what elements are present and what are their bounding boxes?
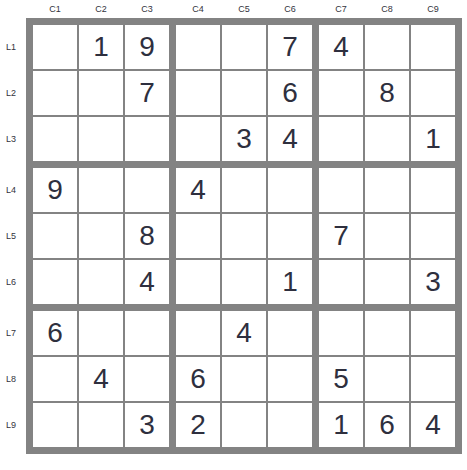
cell-L7C3[interactable] [125, 311, 169, 355]
cell-L5C8[interactable] [365, 214, 409, 258]
cell-L7C4[interactable] [176, 311, 220, 355]
cell-L7C7[interactable] [319, 311, 363, 355]
cell-L5C3[interactable]: 8 [125, 214, 169, 258]
cell-L7C6[interactable] [268, 311, 312, 355]
cell-L4C3[interactable] [125, 168, 169, 212]
cell-L4C4[interactable]: 4 [176, 168, 220, 212]
cell-L8C1[interactable] [33, 357, 77, 401]
row-label-1: L1 [6, 42, 16, 52]
cell-L4C1[interactable]: 9 [33, 168, 77, 212]
cell-L1C9[interactable] [411, 25, 455, 69]
box-2: 7634 [176, 25, 312, 161]
row-label-6: L6 [6, 277, 16, 287]
cell-L8C7[interactable]: 5 [319, 357, 363, 401]
cell-L8C2[interactable]: 4 [79, 357, 123, 401]
cell-L9C4[interactable]: 2 [176, 403, 220, 447]
cell-L3C9[interactable]: 1 [411, 117, 455, 161]
box-9: 5164 [319, 311, 455, 447]
row-label-5: L5 [6, 231, 16, 241]
cell-L6C9[interactable]: 3 [411, 260, 455, 304]
column-label-6: C6 [284, 4, 296, 14]
box-3: 481 [319, 25, 455, 161]
cell-L6C1[interactable] [33, 260, 77, 304]
cell-L9C8[interactable]: 6 [365, 403, 409, 447]
cell-L5C9[interactable] [411, 214, 455, 258]
cell-L1C2[interactable]: 1 [79, 25, 123, 69]
cell-L9C1[interactable] [33, 403, 77, 447]
cell-L2C7[interactable] [319, 71, 363, 115]
cell-L2C1[interactable] [33, 71, 77, 115]
cell-L4C8[interactable] [365, 168, 409, 212]
cell-L7C2[interactable] [79, 311, 123, 355]
cell-L2C2[interactable] [79, 71, 123, 115]
cell-L1C8[interactable] [365, 25, 409, 69]
cell-L7C5[interactable]: 4 [222, 311, 266, 355]
cell-L3C6[interactable]: 4 [268, 117, 312, 161]
cell-L6C2[interactable] [79, 260, 123, 304]
box-6: 73 [319, 168, 455, 304]
cell-L8C9[interactable] [411, 357, 455, 401]
cell-L7C8[interactable] [365, 311, 409, 355]
cell-L3C8[interactable] [365, 117, 409, 161]
cell-L9C5[interactable] [222, 403, 266, 447]
cell-L2C4[interactable] [176, 71, 220, 115]
row-label-8: L8 [6, 374, 16, 384]
cell-L2C3[interactable]: 7 [125, 71, 169, 115]
column-label-3: C3 [141, 4, 153, 14]
column-label-1: C1 [49, 4, 61, 14]
cell-L9C2[interactable] [79, 403, 123, 447]
sudoku-board: 197763448198441736434625164 [26, 18, 462, 454]
cell-L8C4[interactable]: 6 [176, 357, 220, 401]
box-7: 643 [33, 311, 169, 447]
cell-L4C6[interactable] [268, 168, 312, 212]
cell-L6C5[interactable] [222, 260, 266, 304]
box-4: 984 [33, 168, 169, 304]
cell-L5C4[interactable] [176, 214, 220, 258]
cell-L5C2[interactable] [79, 214, 123, 258]
cell-L3C5[interactable]: 3 [222, 117, 266, 161]
cell-L1C7[interactable]: 4 [319, 25, 363, 69]
cell-L5C5[interactable] [222, 214, 266, 258]
cell-L6C6[interactable]: 1 [268, 260, 312, 304]
cell-L9C9[interactable]: 4 [411, 403, 455, 447]
cell-L3C4[interactable] [176, 117, 220, 161]
cell-L1C1[interactable] [33, 25, 77, 69]
cell-L6C7[interactable] [319, 260, 363, 304]
cell-L1C3[interactable]: 9 [125, 25, 169, 69]
box-8: 462 [176, 311, 312, 447]
cell-L1C4[interactable] [176, 25, 220, 69]
cell-L6C4[interactable] [176, 260, 220, 304]
column-label-9: C9 [427, 4, 439, 14]
sudoku-page: C1C2C3C4C5C6C7C8C9 L1L2L3L4L5L6L7L8L9 19… [0, 0, 467, 470]
column-label-8: C8 [381, 4, 393, 14]
cell-L1C6[interactable]: 7 [268, 25, 312, 69]
box-5: 41 [176, 168, 312, 304]
cell-L5C7[interactable]: 7 [319, 214, 363, 258]
cell-L7C9[interactable] [411, 311, 455, 355]
cell-L2C5[interactable] [222, 71, 266, 115]
cell-L8C8[interactable] [365, 357, 409, 401]
cell-L2C9[interactable] [411, 71, 455, 115]
column-label-5: C5 [238, 4, 250, 14]
column-label-7: C7 [335, 4, 347, 14]
cell-L9C3[interactable]: 3 [125, 403, 169, 447]
cell-L4C9[interactable] [411, 168, 455, 212]
cell-L1C5[interactable] [222, 25, 266, 69]
row-label-9: L9 [6, 420, 16, 430]
cell-L5C1[interactable] [33, 214, 77, 258]
cell-L8C3[interactable] [125, 357, 169, 401]
cell-L9C6[interactable] [268, 403, 312, 447]
cell-L3C7[interactable] [319, 117, 363, 161]
cell-L9C7[interactable]: 1 [319, 403, 363, 447]
cell-L5C6[interactable] [268, 214, 312, 258]
cell-L3C1[interactable] [33, 117, 77, 161]
box-1: 197 [33, 25, 169, 161]
cell-L4C7[interactable] [319, 168, 363, 212]
cell-L3C2[interactable] [79, 117, 123, 161]
row-label-7: L7 [6, 328, 16, 338]
cell-L6C3[interactable]: 4 [125, 260, 169, 304]
cell-L6C8[interactable] [365, 260, 409, 304]
cell-L8C6[interactable] [268, 357, 312, 401]
column-label-4: C4 [192, 4, 204, 14]
cell-L8C5[interactable] [222, 357, 266, 401]
cell-L2C6[interactable]: 6 [268, 71, 312, 115]
cell-L3C3[interactable] [125, 117, 169, 161]
row-label-2: L2 [6, 88, 16, 98]
row-label-4: L4 [6, 185, 16, 195]
cell-L4C2[interactable] [79, 168, 123, 212]
cell-L2C8[interactable]: 8 [365, 71, 409, 115]
row-label-3: L3 [6, 134, 16, 144]
cell-L4C5[interactable] [222, 168, 266, 212]
cell-L7C1[interactable]: 6 [33, 311, 77, 355]
column-label-2: C2 [95, 4, 107, 14]
